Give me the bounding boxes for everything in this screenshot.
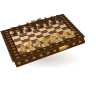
piece-white-rook: ♜: [17, 46, 31, 54]
piece-black-pawn: ♟: [9, 30, 21, 37]
square-a1: ♜: [18, 49, 27, 55]
chess-set-photo: ♜♞♝♛♚♝♞♜♟♟♟♟♟♟♟♟♟♟♟♟♟♟♟♟♜♞♝♛♚♝♞♜: [0, 0, 96, 96]
